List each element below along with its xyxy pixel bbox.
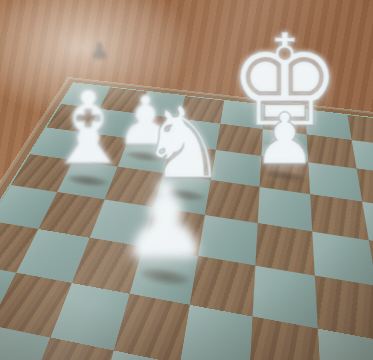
pawn-glyph: ♟ bbox=[253, 103, 317, 174]
board-square bbox=[315, 276, 373, 342]
board-squares: ♚♚♟♟♟♟♝♝♞♞♟♟ bbox=[0, 83, 373, 360]
glass-chess-photo-scene: ♚♚♟♟♟♟♝♝♞♞♟♟ ♟ bbox=[0, 0, 373, 360]
board-square bbox=[249, 317, 321, 360]
chess-board: ♚♚♟♟♟♟♝♝♞♞♟♟ bbox=[0, 0, 373, 360]
board-frame: ♚♚♟♟♟♟♝♝♞♞♟♟ bbox=[0, 78, 373, 360]
off-board-dark-piece: ♟ bbox=[90, 38, 109, 62]
pawn-glyph: ♟ bbox=[117, 167, 213, 274]
